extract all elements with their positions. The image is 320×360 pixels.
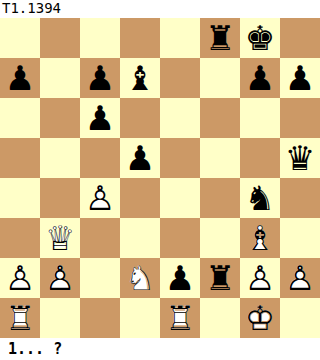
square-f8[interactable]: ♜ <box>200 18 240 58</box>
square-d6[interactable] <box>120 98 160 138</box>
square-b6[interactable] <box>40 98 80 138</box>
square-g4[interactable]: ♞ <box>240 178 280 218</box>
square-d7[interactable]: ♝ <box>120 58 160 98</box>
square-d8[interactable] <box>120 18 160 58</box>
chess-puzzle-screen: T1.1394 ♜♚♟♟♝♟♟♟♟♛♟♙♞♛♕♝♗♟♙♟♙♞♘♟♜♟♙♟♙♜♖♜… <box>0 0 320 360</box>
piece-black-pawn-icon[interactable]: ♟ <box>160 258 200 298</box>
piece-black-rook-icon[interactable]: ♜ <box>200 258 240 298</box>
piece-fill-layer: ♟ <box>160 258 200 298</box>
piece-fill-layer: ♟ <box>240 58 280 98</box>
square-d5[interactable]: ♟ <box>120 138 160 178</box>
piece-outline-layer: ♙ <box>280 258 320 298</box>
square-g5[interactable] <box>240 138 280 178</box>
piece-white-pawn-icon[interactable]: ♟♙ <box>280 258 320 298</box>
square-f6[interactable] <box>200 98 240 138</box>
square-e5[interactable] <box>160 138 200 178</box>
piece-outline-layer: ♖ <box>0 298 40 338</box>
move-prompt: 1... ? <box>0 338 320 360</box>
piece-black-pawn-icon[interactable]: ♟ <box>120 138 160 178</box>
square-e2[interactable]: ♟ <box>160 258 200 298</box>
square-c1[interactable] <box>80 298 120 338</box>
square-a8[interactable] <box>0 18 40 58</box>
piece-white-pawn-icon[interactable]: ♟♙ <box>80 178 120 218</box>
square-c2[interactable] <box>80 258 120 298</box>
piece-white-bishop-icon[interactable]: ♝♗ <box>240 218 280 258</box>
square-g7[interactable]: ♟ <box>240 58 280 98</box>
square-g8[interactable]: ♚ <box>240 18 280 58</box>
square-e1[interactable]: ♜♖ <box>160 298 200 338</box>
piece-outline-layer: ♘ <box>120 258 160 298</box>
square-e4[interactable] <box>160 178 200 218</box>
chess-board: ♜♚♟♟♝♟♟♟♟♛♟♙♞♛♕♝♗♟♙♟♙♞♘♟♜♟♙♟♙♜♖♜♖♚♔ <box>0 18 320 338</box>
square-c5[interactable] <box>80 138 120 178</box>
piece-fill-layer: ♟ <box>120 138 160 178</box>
square-h1[interactable] <box>280 298 320 338</box>
piece-black-pawn-icon[interactable]: ♟ <box>80 58 120 98</box>
square-e6[interactable] <box>160 98 200 138</box>
square-c8[interactable] <box>80 18 120 58</box>
piece-white-rook-icon[interactable]: ♜♖ <box>0 298 40 338</box>
piece-outline-layer: ♙ <box>0 258 40 298</box>
piece-black-bishop-icon[interactable]: ♝ <box>120 58 160 98</box>
piece-outline-layer: ♙ <box>80 178 120 218</box>
piece-outline-layer: ♙ <box>40 258 80 298</box>
square-a4[interactable] <box>0 178 40 218</box>
piece-black-rook-icon[interactable]: ♜ <box>200 18 240 58</box>
piece-black-knight-icon[interactable]: ♞ <box>240 178 280 218</box>
piece-fill-layer: ♟ <box>80 58 120 98</box>
piece-black-king-icon[interactable]: ♚ <box>240 18 280 58</box>
piece-outline-layer: ♙ <box>240 258 280 298</box>
square-h7[interactable]: ♟ <box>280 58 320 98</box>
piece-white-knight-icon[interactable]: ♞♘ <box>120 258 160 298</box>
piece-white-rook-icon[interactable]: ♜♖ <box>160 298 200 338</box>
square-e7[interactable] <box>160 58 200 98</box>
square-h4[interactable] <box>280 178 320 218</box>
square-h8[interactable] <box>280 18 320 58</box>
piece-white-pawn-icon[interactable]: ♟♙ <box>0 258 40 298</box>
puzzle-id: T1.1394 <box>0 0 320 18</box>
piece-fill-layer: ♛ <box>280 138 320 178</box>
piece-outline-layer: ♕ <box>40 218 80 258</box>
square-a5[interactable] <box>0 138 40 178</box>
square-d2[interactable]: ♞♘ <box>120 258 160 298</box>
square-g6[interactable] <box>240 98 280 138</box>
square-b5[interactable] <box>40 138 80 178</box>
piece-outline-layer: ♖ <box>160 298 200 338</box>
square-d3[interactable] <box>120 218 160 258</box>
square-c4[interactable]: ♟♙ <box>80 178 120 218</box>
square-c6[interactable]: ♟ <box>80 98 120 138</box>
square-f1[interactable] <box>200 298 240 338</box>
piece-white-pawn-icon[interactable]: ♟♙ <box>240 258 280 298</box>
square-a2[interactable]: ♟♙ <box>0 258 40 298</box>
square-g3[interactable]: ♝♗ <box>240 218 280 258</box>
piece-fill-layer: ♚ <box>240 18 280 58</box>
square-g2[interactable]: ♟♙ <box>240 258 280 298</box>
piece-fill-layer: ♜ <box>200 258 240 298</box>
square-b1[interactable] <box>40 298 80 338</box>
piece-outline-layer: ♔ <box>240 298 280 338</box>
piece-black-pawn-icon[interactable]: ♟ <box>80 98 120 138</box>
square-f5[interactable] <box>200 138 240 178</box>
piece-white-queen-icon[interactable]: ♛♕ <box>40 218 80 258</box>
square-g1[interactable]: ♚♔ <box>240 298 280 338</box>
piece-black-pawn-icon[interactable]: ♟ <box>0 58 40 98</box>
square-a1[interactable]: ♜♖ <box>0 298 40 338</box>
piece-fill-layer: ♟ <box>280 58 320 98</box>
square-a6[interactable] <box>0 98 40 138</box>
piece-outline-layer: ♗ <box>240 218 280 258</box>
square-c3[interactable] <box>80 218 120 258</box>
square-b8[interactable] <box>40 18 80 58</box>
square-f7[interactable] <box>200 58 240 98</box>
piece-black-pawn-icon[interactable]: ♟ <box>280 58 320 98</box>
square-c7[interactable]: ♟ <box>80 58 120 98</box>
square-b3[interactable]: ♛♕ <box>40 218 80 258</box>
square-h2[interactable]: ♟♙ <box>280 258 320 298</box>
piece-fill-layer: ♟ <box>0 58 40 98</box>
piece-white-king-icon[interactable]: ♚♔ <box>240 298 280 338</box>
piece-fill-layer: ♝ <box>120 58 160 98</box>
square-b2[interactable]: ♟♙ <box>40 258 80 298</box>
piece-black-queen-icon[interactable]: ♛ <box>280 138 320 178</box>
square-d4[interactable] <box>120 178 160 218</box>
square-h6[interactable] <box>280 98 320 138</box>
square-a3[interactable] <box>0 218 40 258</box>
square-b4[interactable] <box>40 178 80 218</box>
square-a7[interactable]: ♟ <box>0 58 40 98</box>
square-f2[interactable]: ♜ <box>200 258 240 298</box>
square-e8[interactable] <box>160 18 200 58</box>
piece-fill-layer: ♟ <box>80 98 120 138</box>
piece-black-pawn-icon[interactable]: ♟ <box>240 58 280 98</box>
square-f4[interactable] <box>200 178 240 218</box>
piece-fill-layer: ♞ <box>240 178 280 218</box>
square-h5[interactable]: ♛ <box>280 138 320 178</box>
square-d1[interactable] <box>120 298 160 338</box>
piece-white-pawn-icon[interactable]: ♟♙ <box>40 258 80 298</box>
square-b7[interactable] <box>40 58 80 98</box>
square-h3[interactable] <box>280 218 320 258</box>
square-e3[interactable] <box>160 218 200 258</box>
piece-fill-layer: ♜ <box>200 18 240 58</box>
square-f3[interactable] <box>200 218 240 258</box>
